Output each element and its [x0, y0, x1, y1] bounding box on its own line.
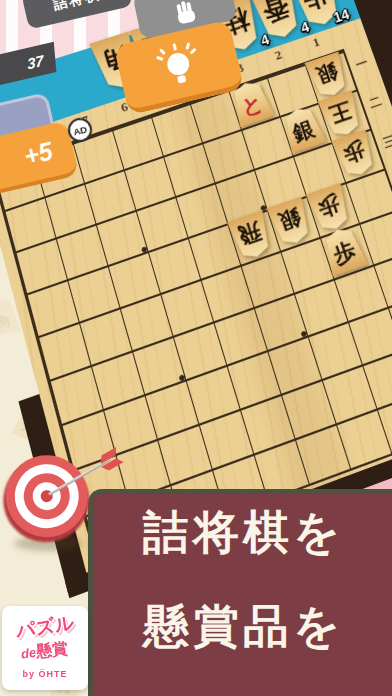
dart-target — [0, 448, 97, 547]
banner-line-1: 詰将棋を — [143, 502, 392, 564]
banner-line-2: 懸賞品を — [143, 596, 392, 658]
promo-banner[interactable]: 詰将棋を 懸賞品を — [88, 489, 392, 696]
logo-line-2: de懸賞 — [20, 639, 69, 665]
hand-icon — [174, 1, 198, 25]
app-logo-card: パズル de懸賞 by ÖHTE — [2, 606, 88, 690]
logo-byline: by ÖHTE — [22, 669, 67, 679]
lightbulb-icon — [164, 51, 193, 80]
